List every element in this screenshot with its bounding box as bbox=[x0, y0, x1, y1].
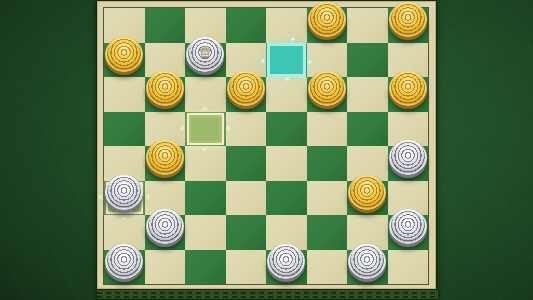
square-c2r8-light bbox=[145, 250, 186, 285]
square-c5r4-dark[interactable] bbox=[266, 112, 307, 147]
square-c7r3-light bbox=[347, 77, 388, 112]
square-c8r8-light bbox=[388, 250, 429, 285]
square-c3r5-light bbox=[185, 146, 226, 181]
square-c4r1-dark[interactable] bbox=[226, 8, 267, 43]
square-c6r7-dark[interactable] bbox=[307, 215, 348, 250]
silver-man-piece-c2r7[interactable] bbox=[146, 209, 184, 244]
gold-man-piece-c4r3[interactable] bbox=[227, 71, 265, 106]
square-c4r7-dark[interactable] bbox=[226, 215, 267, 250]
square-c6r8-light bbox=[307, 250, 348, 285]
silver-man-piece-c8r7[interactable] bbox=[389, 209, 427, 244]
checkers-board: ‹›‹›‹›‹›✦✦✦✦♛ bbox=[104, 8, 428, 284]
square-c2r1-dark[interactable] bbox=[145, 8, 186, 43]
gold-man-piece-c2r5[interactable] bbox=[146, 140, 184, 175]
square-c4r5-dark[interactable] bbox=[226, 146, 267, 181]
final-landing-square[interactable]: ✦✦✦✦ bbox=[267, 43, 307, 77]
gold-man-piece-c8r1[interactable] bbox=[389, 2, 427, 37]
square-c4r6-light bbox=[226, 181, 267, 216]
silver-man-piece-c7r8[interactable] bbox=[348, 244, 386, 279]
square-c5r1-light bbox=[266, 8, 307, 43]
gold-man-piece-c7r6[interactable] bbox=[348, 175, 386, 210]
square-c6r5-dark[interactable] bbox=[307, 146, 348, 181]
square-c3r8-dark[interactable] bbox=[185, 250, 226, 285]
king-crown-icon: ♛ bbox=[199, 43, 212, 61]
silver-man-piece-c5r8[interactable] bbox=[267, 244, 305, 279]
square-c3r3-light bbox=[185, 77, 226, 112]
square-c4r4-light bbox=[226, 112, 267, 147]
checkers-game-scene: ‹›‹›‹›‹›✦✦✦✦♛ bbox=[0, 0, 533, 300]
silver-man-piece-c1r8[interactable] bbox=[105, 244, 143, 279]
square-c7r2-dark[interactable] bbox=[347, 43, 388, 78]
board-bottom-edge bbox=[96, 290, 439, 299]
square-c5r6-dark[interactable] bbox=[266, 181, 307, 216]
square-c7r1-light bbox=[347, 8, 388, 43]
gold-man-piece-c2r3[interactable] bbox=[146, 71, 184, 106]
silver-man-piece-c8r5[interactable] bbox=[389, 140, 427, 175]
square-c6r6-light bbox=[307, 181, 348, 216]
square-c1r3-light bbox=[104, 77, 145, 112]
square-c3r6-dark[interactable] bbox=[185, 181, 226, 216]
gold-man-piece-c1r2[interactable] bbox=[105, 37, 143, 72]
square-c5r3-light bbox=[266, 77, 307, 112]
gold-man-piece-c8r3[interactable] bbox=[389, 71, 427, 106]
square-c7r4-dark[interactable] bbox=[347, 112, 388, 147]
gold-man-piece-c6r3[interactable] bbox=[308, 71, 346, 106]
capture-landing-square[interactable]: ‹›‹› bbox=[187, 113, 225, 145]
gold-man-piece-c6r1[interactable] bbox=[308, 2, 346, 37]
square-c5r5-light bbox=[266, 146, 307, 181]
square-c1r4-dark[interactable] bbox=[104, 112, 145, 147]
square-c6r4-light bbox=[307, 112, 348, 147]
square-c3r7-light bbox=[185, 215, 226, 250]
silver-king-piece-c3r2[interactable]: ♛ bbox=[186, 37, 224, 72]
silver-man-piece-c1r6[interactable] bbox=[105, 175, 143, 210]
square-c4r8-light bbox=[226, 250, 267, 285]
